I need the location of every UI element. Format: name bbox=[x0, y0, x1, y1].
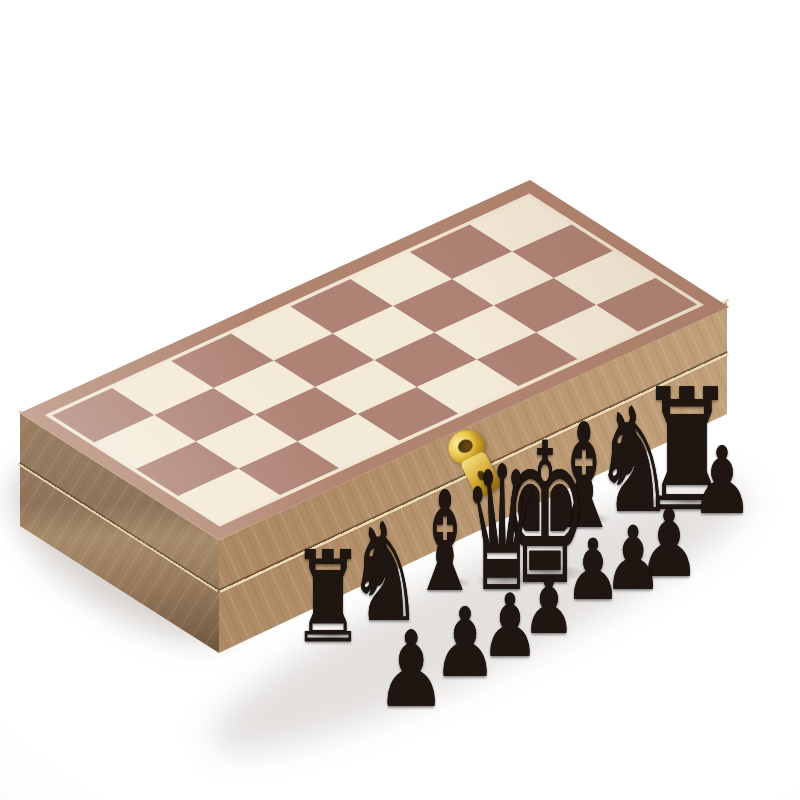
black-pawn-piece: ♟ bbox=[376, 618, 447, 723]
black-rook-piece: ♜ bbox=[291, 535, 364, 661]
product-photo-scene: ♜♞♝♛♚♝♞♜♟♟♟♟♟♟♟♟ bbox=[0, 0, 800, 800]
